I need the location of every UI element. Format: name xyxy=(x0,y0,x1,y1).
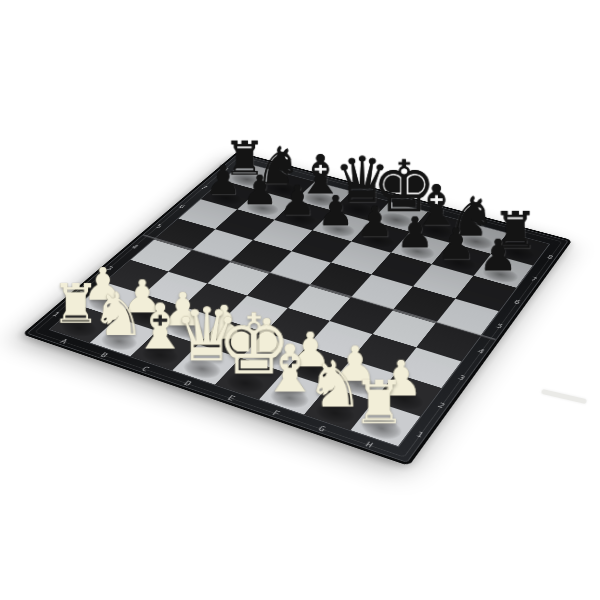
black-pawn-icon: ♟ xyxy=(276,180,319,221)
white-bishop-icon: ♝ xyxy=(261,336,312,402)
board-frame: ♜♞♝♛♚♝♞♜♟♟♟♟♟♟♟♟♟♟♟♟♟♟♟♟♜♞♝♛♚♝♞♜ ABCDEFG… xyxy=(22,152,572,466)
board-squares: ♜♞♝♛♚♝♞♜♟♟♟♟♟♟♟♟♟♟♟♟♟♟♟♟♜♞♝♛♚♝♞♜ xyxy=(50,163,549,447)
chess-board: ♜♞♝♛♚♝♞♜♟♟♟♟♟♟♟♟♟♟♟♟♟♟♟♟♜♞♝♛♚♝♞♜ ABCDEFG… xyxy=(22,152,572,466)
black-pawn-icon: ♟ xyxy=(314,190,358,232)
stray-object xyxy=(541,389,587,404)
black-pawn-icon: ♟ xyxy=(393,212,438,255)
white-knight-icon: ♞ xyxy=(306,352,358,416)
white-king-icon: ♚ xyxy=(217,303,268,387)
black-pawn-icon: ♟ xyxy=(239,170,282,211)
black-pawn-icon: ♟ xyxy=(434,223,479,266)
product-photo: ♜♞♝♛♚♝♞♜♟♟♟♟♟♟♟♟♟♟♟♟♟♟♟♟♜♞♝♛♚♝♞♜ ABCDEFG… xyxy=(0,0,600,600)
black-pawn-icon: ♟ xyxy=(475,234,521,278)
black-pawn-icon: ♟ xyxy=(353,201,397,243)
white-rook-icon: ♜ xyxy=(352,373,405,433)
